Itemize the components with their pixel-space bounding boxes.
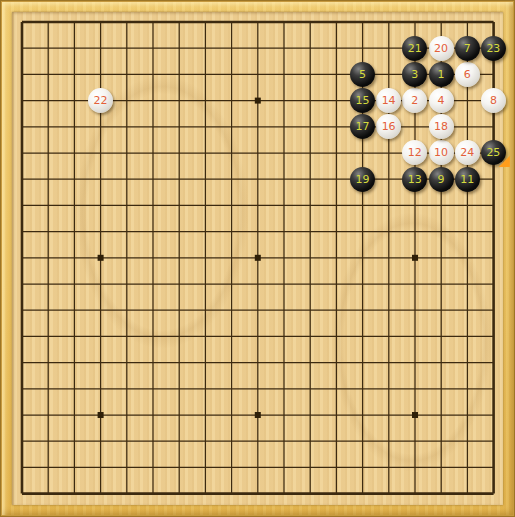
stone-black-19: 19: [350, 167, 375, 192]
stones-layer: 1234567891011121314151617181920212223242…: [9, 9, 507, 507]
stone-white-4: 4: [429, 88, 454, 113]
stone-black-3: 3: [402, 62, 427, 87]
last-move-marker-icon: [498, 155, 510, 167]
stone-black-7: 7: [455, 36, 480, 61]
stone-black-25: 25: [481, 140, 506, 165]
stone-black-11: 11: [455, 167, 480, 192]
stone-white-20: 20: [429, 36, 454, 61]
stone-white-16: 16: [376, 114, 401, 139]
stone-black-1: 1: [429, 62, 454, 87]
stone-white-24: 24: [455, 140, 480, 165]
board-surface[interactable]: 1234567891011121314151617181920212223242…: [12, 12, 503, 505]
stone-black-5: 5: [350, 62, 375, 87]
stone-black-21: 21: [402, 36, 427, 61]
stone-black-17: 17: [350, 114, 375, 139]
stone-white-2: 2: [402, 88, 427, 113]
stone-white-18: 18: [429, 114, 454, 139]
stone-white-12: 12: [402, 140, 427, 165]
stone-black-15: 15: [350, 88, 375, 113]
stone-white-6: 6: [455, 62, 480, 87]
stone-black-9: 9: [429, 167, 454, 192]
stone-white-10: 10: [429, 140, 454, 165]
stone-white-22: 22: [88, 88, 113, 113]
stone-white-14: 14: [376, 88, 401, 113]
stone-black-23: 23: [481, 36, 506, 61]
stone-black-13: 13: [402, 167, 427, 192]
go-board: 1234567891011121314151617181920212223242…: [0, 0, 515, 517]
stone-white-8: 8: [481, 88, 506, 113]
